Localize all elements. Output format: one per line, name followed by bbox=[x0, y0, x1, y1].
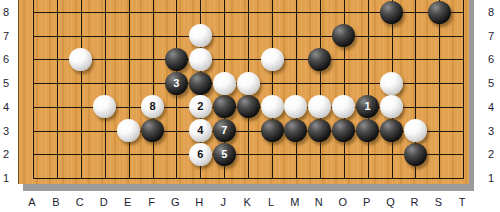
grid-line-col-P bbox=[368, 0, 369, 178]
grid-line-col-A bbox=[33, 0, 34, 178]
grid-line-col-S bbox=[439, 0, 440, 178]
stone-white-C6 bbox=[69, 48, 92, 71]
coord-label-left-1: 1 bbox=[0, 172, 14, 184]
stone-white-J5 bbox=[213, 72, 236, 95]
grid-line-col-B bbox=[57, 0, 58, 178]
go-board[interactable]: 31758246 bbox=[18, 0, 469, 184]
stone-white-R3 bbox=[404, 119, 427, 142]
goban-view: 31758246 87654321 87654321 ABCDEFGHJKLMN… bbox=[0, 0, 500, 212]
coord-label-left-3: 3 bbox=[0, 125, 14, 137]
coord-label-left-4: 4 bbox=[0, 101, 14, 113]
grid-line-col-M bbox=[296, 0, 297, 178]
stone-black-P3 bbox=[356, 119, 379, 142]
coord-label-bottom-R: R bbox=[406, 196, 422, 208]
stone-white-L6 bbox=[261, 48, 284, 71]
stone-black-Q8 bbox=[380, 1, 403, 24]
coord-label-bottom-C: C bbox=[72, 196, 88, 208]
grid-line-row-1 bbox=[33, 178, 464, 179]
stone-black-F3 bbox=[141, 119, 164, 142]
coord-label-bottom-F: F bbox=[144, 196, 160, 208]
coord-label-left-7: 7 bbox=[0, 30, 14, 42]
grid-line-col-C bbox=[81, 0, 82, 178]
grid-line-col-D bbox=[105, 0, 106, 178]
stone-black-P4: 1 bbox=[356, 95, 379, 118]
coord-label-bottom-J: J bbox=[215, 196, 231, 208]
stone-black-G5: 3 bbox=[165, 72, 188, 95]
move-number-3: 3 bbox=[173, 78, 179, 89]
stone-white-Q5 bbox=[380, 72, 403, 95]
coord-label-bottom-N: N bbox=[311, 196, 327, 208]
stone-black-J3: 7 bbox=[213, 119, 236, 142]
stone-white-H6 bbox=[189, 48, 212, 71]
stone-black-K4 bbox=[237, 95, 260, 118]
stone-white-O4 bbox=[332, 95, 355, 118]
coord-label-bottom-H: H bbox=[191, 196, 207, 208]
stone-white-E3 bbox=[117, 119, 140, 142]
coord-label-right-6: 6 bbox=[483, 53, 499, 65]
coord-label-bottom-A: A bbox=[24, 196, 40, 208]
coord-label-right-8: 8 bbox=[483, 6, 499, 18]
stone-white-F4: 8 bbox=[141, 95, 164, 118]
stone-black-Q3 bbox=[380, 119, 403, 142]
coord-label-bottom-P: P bbox=[359, 196, 375, 208]
move-number-7: 7 bbox=[221, 125, 227, 136]
grid-line-col-E bbox=[129, 0, 130, 178]
stone-black-J2: 5 bbox=[213, 143, 236, 166]
coord-label-bottom-M: M bbox=[287, 196, 303, 208]
stone-black-H5 bbox=[189, 72, 212, 95]
coord-label-bottom-B: B bbox=[48, 196, 64, 208]
stone-black-J4 bbox=[213, 95, 236, 118]
grid-line-row-6 bbox=[33, 59, 464, 60]
stone-black-O3 bbox=[332, 119, 355, 142]
grid-line-col-F bbox=[153, 0, 154, 178]
move-number-5: 5 bbox=[221, 149, 227, 160]
stone-white-Q4 bbox=[380, 95, 403, 118]
stone-white-D4 bbox=[93, 95, 116, 118]
stone-white-L4 bbox=[261, 95, 284, 118]
stone-white-H2: 6 bbox=[189, 143, 212, 166]
coord-label-bottom-K: K bbox=[239, 196, 255, 208]
coord-label-left-8: 8 bbox=[0, 6, 14, 18]
coord-label-right-3: 3 bbox=[483, 125, 499, 137]
stone-black-M3 bbox=[284, 119, 307, 142]
stone-white-H7 bbox=[189, 24, 212, 47]
stone-white-H4: 2 bbox=[189, 95, 212, 118]
stone-white-K5 bbox=[237, 72, 260, 95]
stone-white-N4 bbox=[308, 95, 331, 118]
grid-line-col-N bbox=[320, 0, 321, 178]
coord-label-left-5: 5 bbox=[0, 77, 14, 89]
coord-label-bottom-D: D bbox=[96, 196, 112, 208]
stone-white-M4 bbox=[284, 95, 307, 118]
coord-label-bottom-O: O bbox=[335, 196, 351, 208]
coord-label-left-6: 6 bbox=[0, 53, 14, 65]
stone-black-N6 bbox=[308, 48, 331, 71]
move-number-8: 8 bbox=[149, 101, 155, 112]
move-number-4: 4 bbox=[197, 125, 203, 136]
grid-line-row-7 bbox=[33, 36, 464, 37]
coord-label-bottom-L: L bbox=[263, 196, 279, 208]
move-number-1: 1 bbox=[365, 101, 371, 112]
coord-label-left-2: 2 bbox=[0, 148, 14, 160]
coord-label-bottom-Q: Q bbox=[383, 196, 399, 208]
coord-label-bottom-T: T bbox=[454, 196, 470, 208]
stone-black-S8 bbox=[428, 1, 451, 24]
move-number-2: 2 bbox=[197, 101, 203, 112]
coord-label-right-7: 7 bbox=[483, 30, 499, 42]
grid-line-col-L bbox=[272, 0, 273, 178]
grid-line-col-T bbox=[463, 0, 464, 178]
stone-black-N3 bbox=[308, 119, 331, 142]
coord-label-bottom-S: S bbox=[430, 196, 446, 208]
coord-label-right-2: 2 bbox=[483, 148, 499, 160]
coord-label-right-1: 1 bbox=[483, 172, 499, 184]
coord-label-bottom-E: E bbox=[120, 196, 136, 208]
stone-black-L3 bbox=[261, 119, 284, 142]
move-number-6: 6 bbox=[197, 149, 203, 160]
stone-black-G6 bbox=[165, 48, 188, 71]
grid-line-row-2 bbox=[33, 154, 464, 155]
coord-label-right-5: 5 bbox=[483, 77, 499, 89]
coord-label-bottom-G: G bbox=[167, 196, 183, 208]
stone-black-O7 bbox=[332, 24, 355, 47]
stone-white-H3: 4 bbox=[189, 119, 212, 142]
stone-black-R2 bbox=[404, 143, 427, 166]
coord-label-right-4: 4 bbox=[483, 101, 499, 113]
